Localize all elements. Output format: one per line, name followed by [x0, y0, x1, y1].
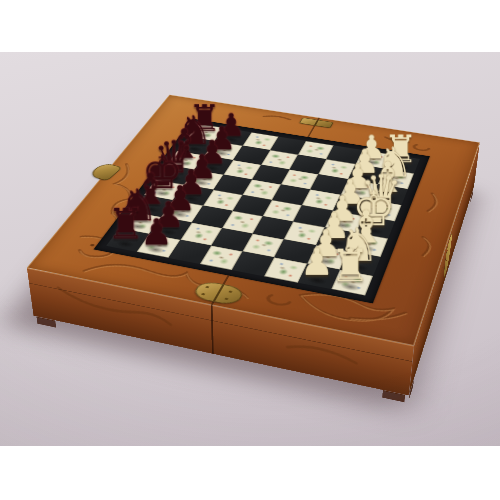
- chess-box: ♜♟♟♜♞♟♟♞♝♟♟♝♛♟♟♛♚♟♟♚♝♟♟♝♞♟♟♞♜♟♟♜: [27, 95, 480, 346]
- board-square[interactable]: [242, 179, 281, 200]
- photo-area: ♜♟♟♜♞♟♟♞♝♟♟♝♛♟♟♛♚♟♟♚♝♟♟♝♞♟♟♞♜♟♟♜: [0, 52, 500, 446]
- page: ♜♟♟♜♞♟♟♞♝♟♟♝♛♟♟♛♚♟♟♚♝♟♟♝♞♟♟♞♜♟♟♜: [0, 0, 500, 500]
- chess-board: ♜♟♟♜♞♟♟♞♝♟♟♝♛♟♟♛♚♟♟♚♝♟♟♝♞♟♟♞♜♟♟♜: [106, 124, 420, 296]
- fold-seam: [211, 305, 214, 354]
- scene: ♜♟♟♜♞♟♟♞♝♟♟♝♛♟♟♛♚♟♟♚♝♟♟♝♞♟♟♞♜♟♟♜: [0, 52, 500, 446]
- board-surface: ♜♟♟♜♞♟♟♞♝♟♟♝♛♟♟♛♚♟♟♚♝♟♟♝♞♟♟♞♜♟♟♜: [94, 119, 430, 304]
- brass-hinge-top: [299, 117, 334, 128]
- board-square[interactable]: ♜: [331, 269, 373, 295]
- chess-piece-light-rook[interactable]: ♜: [300, 245, 400, 286]
- chess-piece-dark-pawn[interactable]: ♟: [108, 216, 204, 249]
- board-square[interactable]: [261, 150, 298, 169]
